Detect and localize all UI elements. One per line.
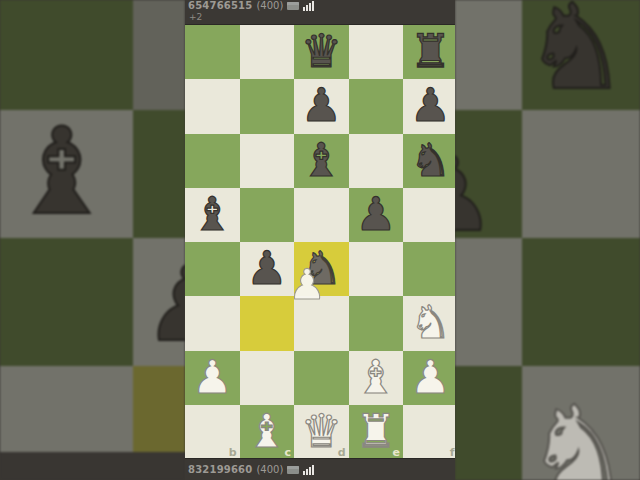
black-rook[interactable]: ♜ <box>410 28 451 74</box>
white-bishop[interactable]: ♝ <box>355 354 396 400</box>
player-bar: 832199660 (400) <box>185 458 455 480</box>
player-username[interactable]: 832199660 <box>188 464 252 475</box>
square-e3[interactable] <box>349 296 404 350</box>
bg-black-bishop-icon: ♝ <box>8 112 116 232</box>
square-b6[interactable] <box>185 134 240 188</box>
file-label-e: e <box>393 447 400 458</box>
bg-square <box>0 238 133 366</box>
bg-black-knight-icon: ♞ <box>523 0 629 106</box>
bg-bottom-bar <box>0 452 185 480</box>
square-f3[interactable]: ♞ <box>403 296 455 350</box>
square-b2[interactable]: ♟ <box>185 351 240 405</box>
square-d7[interactable]: ♟ <box>294 79 349 133</box>
square-d2[interactable] <box>294 351 349 405</box>
black-bishop[interactable]: ♝ <box>192 191 233 237</box>
square-f6[interactable]: ♞ <box>403 134 455 188</box>
white-rook[interactable]: ♜ <box>355 408 396 454</box>
square-d1[interactable]: ♛d <box>294 405 349 459</box>
square-f4[interactable] <box>403 242 455 296</box>
square-e2[interactable]: ♝ <box>349 351 404 405</box>
bg-square <box>455 366 522 480</box>
bg-square <box>522 110 640 238</box>
bg-square <box>133 110 185 238</box>
bg-square <box>133 366 185 452</box>
square-c3[interactable] <box>240 296 295 350</box>
square-e4[interactable] <box>349 242 404 296</box>
square-f5[interactable] <box>403 188 455 242</box>
white-pawn[interactable]: ♟ <box>410 354 451 400</box>
white-knight[interactable]: ♞ <box>410 299 451 345</box>
file-label-c: c <box>284 447 291 458</box>
bg-square <box>455 0 522 110</box>
square-e5[interactable]: ♟ <box>349 188 404 242</box>
square-b7[interactable] <box>185 79 240 133</box>
board-grid[interactable]: ♛♜♟♟♝♞♝♟♟♞♞♟♝♟b♝c♛d♜ef <box>185 25 455 459</box>
square-f7[interactable]: ♟ <box>403 79 455 133</box>
connection-signal-icon <box>303 465 314 475</box>
opponent-rating: (400) <box>256 0 283 11</box>
black-pawn[interactable]: ♟ <box>355 191 396 237</box>
background-right-strip: ♟ ♞ ♞ <box>455 0 640 480</box>
square-c6[interactable] <box>240 134 295 188</box>
square-e7[interactable] <box>349 79 404 133</box>
black-bishop[interactable]: ♝ <box>301 137 342 183</box>
square-f1[interactable]: f <box>403 405 455 459</box>
square-f2[interactable]: ♟ <box>403 351 455 405</box>
bg-square <box>133 0 185 110</box>
bg-white-knight-icon: ♞ <box>525 390 631 480</box>
player-rating: (400) <box>256 464 283 475</box>
square-e6[interactable] <box>349 134 404 188</box>
bg-square <box>522 238 640 366</box>
file-label-b: b <box>229 447 237 458</box>
opponent-username[interactable]: 654766515 <box>188 0 252 11</box>
square-c8[interactable] <box>240 25 295 79</box>
white-queen[interactable]: ♛ <box>301 408 342 454</box>
bg-black-pawn-icon: ♟ <box>455 142 496 246</box>
black-pawn[interactable]: ♟ <box>301 82 342 128</box>
bg-square <box>455 238 522 366</box>
square-b1[interactable]: b <box>185 405 240 459</box>
white-pawn[interactable]: ♟ <box>192 354 233 400</box>
black-pawn[interactable]: ♟ <box>410 82 451 128</box>
square-d8[interactable]: ♛ <box>294 25 349 79</box>
square-e1[interactable]: ♜e <box>349 405 404 459</box>
square-c1[interactable]: ♝c <box>240 405 295 459</box>
game-screen: 654766515 (400) +2 ♛♜♟♟♝♞♝♟♟♞♞♟♝♟b♝c♛d♜e… <box>185 0 455 480</box>
square-c5[interactable] <box>240 188 295 242</box>
white-bishop[interactable]: ♝ <box>246 408 287 454</box>
bg-black-pawn-icon: ♟ <box>143 252 185 356</box>
opponent-bar: 654766515 (400) +2 <box>185 0 455 25</box>
black-queen[interactable]: ♛ <box>301 28 342 74</box>
square-d5[interactable] <box>294 188 349 242</box>
file-label-f: f <box>450 447 455 458</box>
square-c4[interactable]: ♟ <box>240 242 295 296</box>
background-left-strip: ♝ ♟ <box>0 0 185 480</box>
square-b5[interactable]: ♝ <box>185 188 240 242</box>
material-score: +2 <box>185 12 455 22</box>
connection-signal-icon <box>303 1 314 11</box>
bg-square <box>0 0 133 110</box>
black-pawn[interactable]: ♟ <box>246 245 287 291</box>
square-b4[interactable] <box>185 242 240 296</box>
bg-square <box>0 366 133 452</box>
flag-icon <box>287 2 299 10</box>
black-knight[interactable]: ♞ <box>410 137 451 183</box>
square-c7[interactable] <box>240 79 295 133</box>
video-frame: ♝ ♟ ♟ ♞ ♞ 654766515 (400) +2 ♛♜♟♟♝♞♝♟♟♞♞… <box>0 0 640 480</box>
file-label-d: d <box>338 447 346 458</box>
square-f8[interactable]: ♜ <box>403 25 455 79</box>
square-c2[interactable] <box>240 351 295 405</box>
flag-icon <box>287 466 299 474</box>
chess-board: ♛♜♟♟♝♞♝♟♟♞♞♟♝♟b♝c♛d♜ef <box>185 24 455 459</box>
square-d6[interactable]: ♝ <box>294 134 349 188</box>
square-e8[interactable] <box>349 25 404 79</box>
square-b8[interactable] <box>185 25 240 79</box>
animating-white-pawn: ♟ <box>289 258 325 312</box>
square-b3[interactable] <box>185 296 240 350</box>
